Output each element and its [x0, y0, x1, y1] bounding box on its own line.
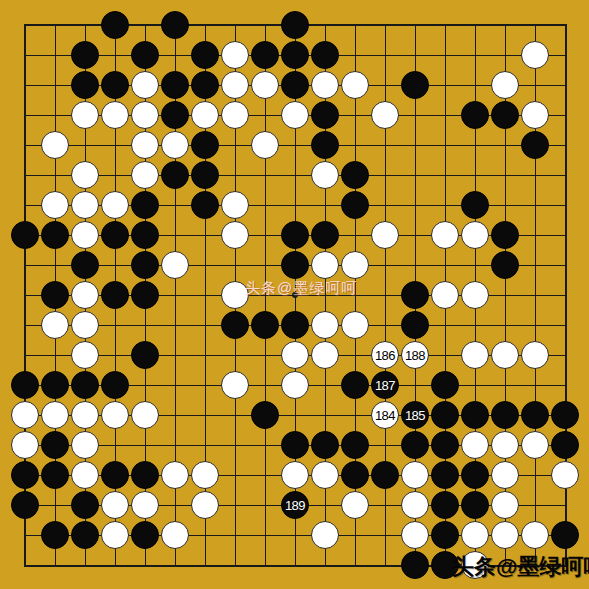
black-stone	[551, 401, 579, 429]
white-stone	[311, 161, 339, 189]
white-stone	[71, 191, 99, 219]
white-stone	[221, 371, 249, 399]
black-stone	[161, 11, 189, 39]
black-stone	[11, 491, 39, 519]
black-stone	[371, 461, 399, 489]
white-stone	[101, 491, 129, 519]
white-stone-move-184: 184	[371, 401, 399, 429]
black-stone	[401, 551, 429, 579]
white-stone	[311, 521, 339, 549]
black-stone	[41, 431, 69, 459]
white-stone	[71, 281, 99, 309]
watermark-center: 头条@墨绿呵呵	[245, 279, 357, 298]
white-stone	[521, 101, 549, 129]
white-stone	[71, 461, 99, 489]
black-stone	[281, 431, 309, 459]
black-stone	[71, 371, 99, 399]
white-stone	[311, 311, 339, 339]
black-stone	[401, 71, 429, 99]
black-stone	[251, 41, 279, 69]
black-stone	[311, 41, 339, 69]
black-stone	[101, 461, 129, 489]
white-stone	[491, 71, 519, 99]
black-stone	[311, 221, 339, 249]
black-stone	[461, 101, 489, 129]
black-stone	[131, 521, 159, 549]
black-stone	[71, 41, 99, 69]
white-stone	[281, 461, 309, 489]
black-stone-move-189: 189	[281, 491, 309, 519]
white-stone	[491, 431, 519, 459]
white-stone	[251, 71, 279, 99]
black-stone	[11, 461, 39, 489]
black-stone	[101, 71, 129, 99]
black-stone	[281, 11, 309, 39]
black-stone-move-185: 185	[401, 401, 429, 429]
black-stone	[311, 431, 339, 459]
black-stone	[401, 311, 429, 339]
white-stone	[251, 131, 279, 159]
black-stone	[221, 311, 249, 339]
white-stone	[281, 371, 309, 399]
black-stone	[71, 521, 99, 549]
white-stone	[341, 251, 369, 279]
white-stone	[491, 341, 519, 369]
white-stone	[431, 221, 459, 249]
black-stone	[11, 221, 39, 249]
white-stone	[191, 461, 219, 489]
white-stone	[431, 281, 459, 309]
black-stone	[131, 41, 159, 69]
black-stone	[191, 41, 219, 69]
white-stone	[341, 71, 369, 99]
white-stone	[191, 491, 219, 519]
white-stone	[41, 311, 69, 339]
black-stone	[341, 161, 369, 189]
black-stone	[131, 251, 159, 279]
black-stone	[491, 101, 519, 129]
black-stone	[431, 431, 459, 459]
white-stone	[131, 101, 159, 129]
black-stone	[161, 161, 189, 189]
black-stone	[101, 11, 129, 39]
black-stone	[101, 221, 129, 249]
white-stone	[521, 521, 549, 549]
black-stone	[131, 221, 159, 249]
black-stone	[41, 371, 69, 399]
black-stone	[281, 71, 309, 99]
white-stone	[341, 491, 369, 519]
white-stone	[101, 191, 129, 219]
white-stone-move-186: 186	[371, 341, 399, 369]
watermark-bottom-right: 头条@墨绿呵呵	[452, 552, 589, 582]
black-stone	[11, 371, 39, 399]
white-stone	[521, 341, 549, 369]
black-stone	[341, 191, 369, 219]
black-stone	[551, 521, 579, 549]
white-stone	[131, 161, 159, 189]
white-stone	[71, 311, 99, 339]
white-stone	[491, 491, 519, 519]
white-stone	[131, 131, 159, 159]
black-stone	[461, 491, 489, 519]
white-stone	[71, 341, 99, 369]
black-stone	[401, 431, 429, 459]
black-stone	[161, 71, 189, 99]
black-stone	[341, 431, 369, 459]
white-stone	[41, 191, 69, 219]
black-stone	[131, 281, 159, 309]
black-stone	[71, 491, 99, 519]
white-stone	[71, 431, 99, 459]
white-stone	[221, 41, 249, 69]
white-stone	[221, 71, 249, 99]
black-stone	[281, 311, 309, 339]
white-stone	[191, 101, 219, 129]
black-stone	[101, 281, 129, 309]
black-stone	[131, 461, 159, 489]
white-stone	[461, 431, 489, 459]
white-stone-move-188: 188	[401, 341, 429, 369]
black-stone	[191, 191, 219, 219]
white-stone	[461, 521, 489, 549]
white-stone	[41, 131, 69, 159]
black-stone	[341, 371, 369, 399]
black-stone	[491, 221, 519, 249]
black-stone	[41, 461, 69, 489]
white-stone	[41, 401, 69, 429]
white-stone	[551, 461, 579, 489]
white-stone	[281, 101, 309, 129]
white-stone	[101, 401, 129, 429]
black-stone	[101, 371, 129, 399]
white-stone	[221, 101, 249, 129]
black-stone	[461, 191, 489, 219]
go-board-diagram: 186188187184185189 头条@墨绿呵呵 头条@墨绿呵呵	[0, 0, 589, 589]
black-stone	[461, 401, 489, 429]
white-stone	[161, 131, 189, 159]
white-stone	[401, 461, 429, 489]
black-stone	[131, 341, 159, 369]
black-stone	[311, 101, 339, 129]
black-stone	[251, 311, 279, 339]
white-stone	[131, 491, 159, 519]
black-stone	[191, 131, 219, 159]
white-stone	[221, 191, 249, 219]
white-stone	[461, 281, 489, 309]
black-stone	[71, 71, 99, 99]
black-stone	[41, 221, 69, 249]
black-stone	[41, 521, 69, 549]
black-stone	[431, 371, 459, 399]
white-stone	[71, 221, 99, 249]
black-stone-move-187: 187	[371, 371, 399, 399]
black-stone	[251, 401, 279, 429]
black-stone	[461, 461, 489, 489]
white-stone	[131, 401, 159, 429]
white-stone	[281, 341, 309, 369]
white-stone	[71, 161, 99, 189]
white-stone	[161, 251, 189, 279]
white-stone	[371, 221, 399, 249]
white-stone	[11, 401, 39, 429]
white-stone	[101, 101, 129, 129]
black-stone	[161, 101, 189, 129]
black-stone	[521, 401, 549, 429]
white-stone	[101, 521, 129, 549]
white-stone	[311, 461, 339, 489]
white-stone	[161, 461, 189, 489]
black-stone	[431, 461, 459, 489]
white-stone	[401, 491, 429, 519]
black-stone	[551, 431, 579, 459]
white-stone	[521, 41, 549, 69]
white-stone	[11, 431, 39, 459]
black-stone	[431, 491, 459, 519]
black-stone	[281, 221, 309, 249]
black-stone	[281, 41, 309, 69]
black-stone	[521, 131, 549, 159]
white-stone	[161, 521, 189, 549]
white-stone	[311, 71, 339, 99]
black-stone	[131, 191, 159, 219]
white-stone	[461, 221, 489, 249]
black-stone	[311, 131, 339, 159]
white-stone	[71, 401, 99, 429]
white-stone	[311, 341, 339, 369]
black-stone	[431, 401, 459, 429]
black-stone	[191, 161, 219, 189]
white-stone	[221, 221, 249, 249]
black-stone	[431, 521, 459, 549]
black-stone	[491, 251, 519, 279]
white-stone	[131, 71, 159, 99]
white-stone	[311, 251, 339, 279]
white-stone	[371, 101, 399, 129]
white-stone	[71, 101, 99, 129]
black-stone	[71, 251, 99, 279]
white-stone	[461, 341, 489, 369]
white-stone	[491, 521, 519, 549]
black-stone	[41, 281, 69, 309]
black-stone	[491, 401, 519, 429]
black-stone	[281, 251, 309, 279]
white-stone	[521, 431, 549, 459]
black-stone	[341, 461, 369, 489]
black-stone	[401, 281, 429, 309]
white-stone	[341, 311, 369, 339]
black-stone	[191, 71, 219, 99]
white-stone	[491, 461, 519, 489]
white-stone	[401, 521, 429, 549]
